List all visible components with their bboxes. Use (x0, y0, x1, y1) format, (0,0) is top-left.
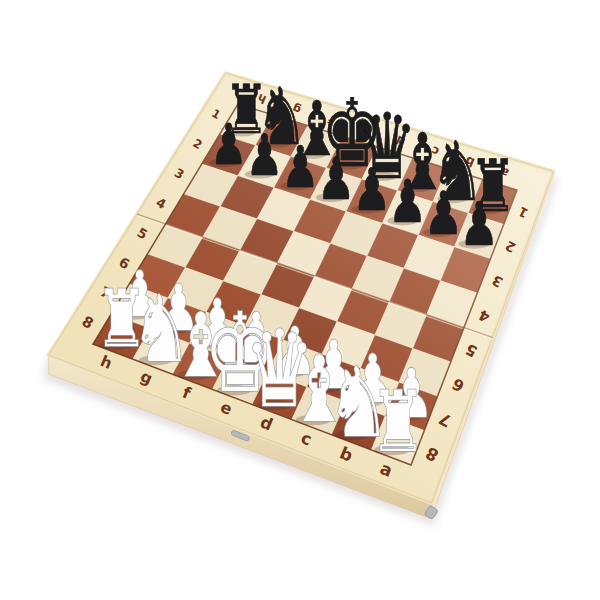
black-pawn-h2[interactable]: ♟ (210, 111, 248, 177)
black-pawn-d2[interactable]: ♟ (352, 156, 391, 224)
black-pawn-a2[interactable]: ♟ (459, 189, 499, 258)
black-pawn-c2[interactable]: ♟ (388, 167, 427, 235)
black-pawn-b2[interactable]: ♟ (424, 178, 464, 247)
black-pawn-f2[interactable]: ♟ (281, 133, 319, 200)
white-rook-a8[interactable]: ♜ (370, 373, 426, 472)
black-pawn-e2[interactable]: ♟ (317, 145, 356, 212)
chessboard: 1122334455667788hhggffeeddccbbaa♜♞♝♟♚♟♛♟… (0, 0, 600, 600)
product-photo-chess-set: 1122334455667788hhggffeeddccbbaa♜♞♝♟♚♟♛♟… (0, 0, 600, 600)
black-pawn-g2[interactable]: ♟ (246, 122, 284, 189)
